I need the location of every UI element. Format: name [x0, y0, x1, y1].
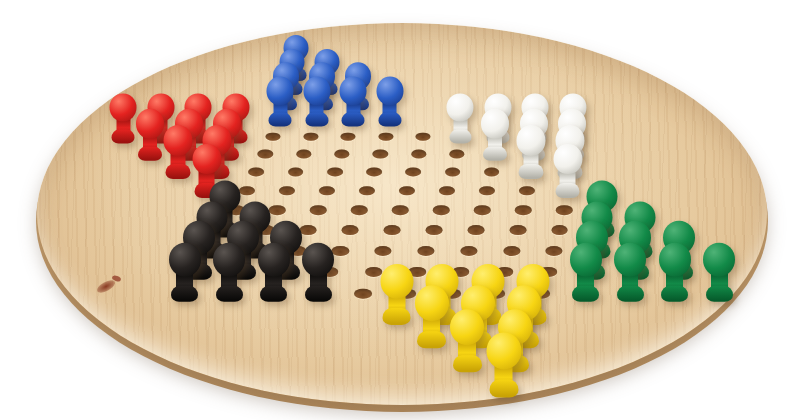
board-hole[interactable]: [474, 205, 491, 215]
peg-yellow[interactable]: [450, 309, 484, 372]
board-hole[interactable]: [372, 150, 387, 159]
board-hole[interactable]: [415, 132, 430, 141]
board-hole[interactable]: [296, 150, 311, 159]
peg-head: [570, 243, 602, 277]
peg-foot: [269, 113, 292, 127]
board-hole[interactable]: [288, 167, 304, 176]
peg-head: [213, 243, 245, 277]
peg-head: [447, 93, 474, 122]
peg-foot: [453, 355, 482, 373]
board-hole[interactable]: [467, 225, 484, 235]
peg-head: [169, 243, 201, 277]
board-hole[interactable]: [384, 225, 401, 235]
peg-yellow[interactable]: [486, 333, 521, 398]
board-hole[interactable]: [449, 150, 464, 159]
board-hole[interactable]: [551, 225, 568, 235]
peg-head: [415, 285, 449, 321]
peg-white[interactable]: [553, 144, 582, 198]
peg-foot: [166, 164, 190, 179]
peg-head: [303, 77, 330, 106]
peg-head: [380, 264, 413, 299]
peg-foot: [572, 285, 599, 302]
peg-foot: [706, 285, 733, 302]
peg-foot: [449, 129, 472, 143]
peg-foot: [519, 164, 543, 179]
peg-foot: [617, 285, 644, 302]
peg-foot: [260, 285, 287, 302]
peg-red[interactable]: [136, 109, 164, 161]
peg-red[interactable]: [110, 93, 137, 143]
peg-head: [516, 125, 545, 156]
peg-black[interactable]: [258, 243, 290, 302]
peg-white[interactable]: [447, 93, 474, 143]
peg-head: [136, 109, 164, 139]
board-hole[interactable]: [484, 167, 500, 176]
peg-head: [302, 243, 334, 277]
peg-red[interactable]: [163, 125, 192, 179]
board-hole[interactable]: [392, 205, 409, 215]
peg-white[interactable]: [481, 109, 509, 161]
board-hole[interactable]: [351, 205, 368, 215]
board-hole[interactable]: [303, 132, 318, 141]
peg-head: [340, 77, 367, 106]
peg-foot: [112, 129, 135, 143]
peg-yellow[interactable]: [380, 264, 413, 325]
chinese-checkers-photo: [0, 0, 800, 420]
peg-head: [614, 243, 646, 277]
peg-head: [163, 125, 192, 156]
board-hole[interactable]: [405, 167, 421, 176]
board-hole[interactable]: [366, 167, 382, 176]
board-hole[interactable]: [334, 150, 349, 159]
board-hole[interactable]: [425, 225, 442, 235]
peg-foot: [216, 285, 243, 302]
peg-foot: [383, 308, 411, 325]
board-hole[interactable]: [509, 225, 526, 235]
peg-yellow[interactable]: [415, 285, 449, 348]
board-hole[interactable]: [342, 225, 359, 235]
peg-head: [481, 109, 509, 139]
peg-foot: [489, 379, 518, 397]
peg-foot: [138, 146, 162, 161]
peg-foot: [417, 331, 446, 349]
peg-head: [703, 243, 735, 277]
peg-foot: [379, 113, 402, 127]
peg-head: [110, 93, 137, 122]
peg-blue[interactable]: [376, 77, 403, 127]
peg-blue[interactable]: [267, 77, 294, 127]
board-hole[interactable]: [310, 205, 327, 215]
peg-head: [267, 77, 294, 106]
board-hole[interactable]: [340, 132, 355, 141]
peg-foot: [555, 183, 579, 198]
peg-head: [192, 144, 221, 175]
board-hole[interactable]: [445, 167, 461, 176]
peg-green[interactable]: [703, 243, 735, 302]
peg-foot: [171, 285, 198, 302]
board-hole[interactable]: [269, 205, 286, 215]
board-hole[interactable]: [300, 225, 317, 235]
peg-black[interactable]: [213, 243, 245, 302]
board-hole[interactable]: [515, 205, 532, 215]
board-hole[interactable]: [556, 205, 573, 215]
board-hole[interactable]: [433, 205, 450, 215]
peg-green[interactable]: [659, 243, 691, 302]
peg-green[interactable]: [614, 243, 646, 302]
peg-head: [659, 243, 691, 277]
peg-blue[interactable]: [303, 77, 330, 127]
peg-head: [486, 333, 521, 370]
peg-black[interactable]: [169, 243, 201, 302]
peg-foot: [483, 146, 507, 161]
board-hole[interactable]: [327, 167, 343, 176]
board-hole[interactable]: [248, 167, 264, 176]
board-hole[interactable]: [266, 132, 281, 141]
board-hole[interactable]: [378, 132, 393, 141]
peg-head: [450, 309, 484, 345]
board-hole[interactable]: [257, 150, 272, 159]
peg-black[interactable]: [302, 243, 334, 302]
peg-head: [258, 243, 290, 277]
peg-foot: [661, 285, 688, 302]
peg-head: [553, 144, 582, 175]
peg-head: [376, 77, 403, 106]
peg-green[interactable]: [570, 243, 602, 302]
peg-blue[interactable]: [340, 77, 367, 127]
peg-white[interactable]: [516, 125, 545, 179]
peg-foot: [342, 113, 365, 127]
peg-foot: [305, 285, 332, 302]
peg-foot: [305, 113, 328, 127]
board-hole[interactable]: [411, 150, 426, 159]
